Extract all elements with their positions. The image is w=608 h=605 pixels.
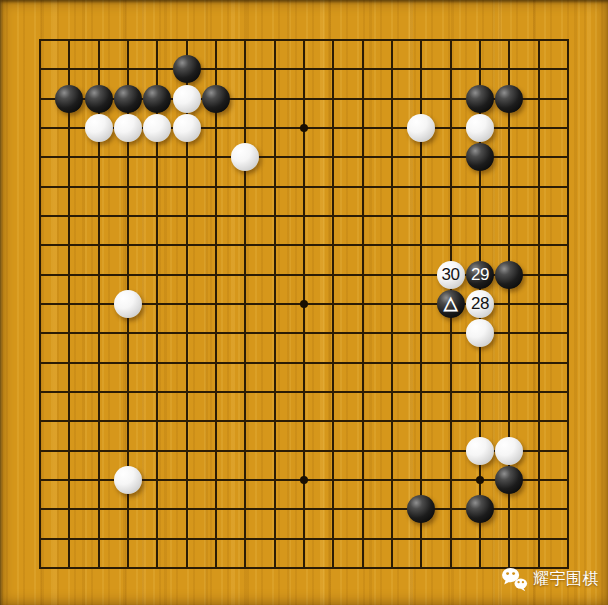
white-stone <box>143 114 171 142</box>
black-stone <box>143 85 171 113</box>
stones-layer: 3029△28 <box>25 25 582 582</box>
white-stone <box>407 114 435 142</box>
black-stone <box>466 143 494 171</box>
black-stone <box>495 261 523 289</box>
white-stone <box>231 143 259 171</box>
black-stone <box>495 466 523 494</box>
black-stone <box>55 85 83 113</box>
black-stone <box>466 495 494 523</box>
white-stone <box>114 466 142 494</box>
black-stone <box>85 85 113 113</box>
white-stone: 28 <box>466 290 494 318</box>
white-stone <box>466 114 494 142</box>
white-stone <box>466 437 494 465</box>
white-stone <box>173 85 201 113</box>
white-stone <box>466 319 494 347</box>
go-board[interactable]: 3029△28 <box>0 0 608 605</box>
white-stone <box>85 114 113 142</box>
black-stone <box>407 495 435 523</box>
black-stone <box>495 85 523 113</box>
black-stone <box>202 85 230 113</box>
brand-name: 耀宇围棋 <box>533 569 599 590</box>
go-diagram-screenshot: 3029△28 耀宇围棋 <box>0 0 608 605</box>
wechat-icon <box>501 567 528 592</box>
triangle-mark-icon: △ <box>444 294 458 312</box>
white-stone <box>114 114 142 142</box>
move-number-label: 29 <box>471 266 489 283</box>
move-number-label: 30 <box>442 266 460 283</box>
black-stone <box>173 55 201 83</box>
black-stone <box>466 85 494 113</box>
white-stone: 30 <box>437 261 465 289</box>
black-stone: △ <box>437 290 465 318</box>
move-number-label: 28 <box>471 295 489 312</box>
black-stone: 29 <box>466 261 494 289</box>
brand-watermark: 耀宇围棋 <box>501 565 599 593</box>
white-stone <box>114 290 142 318</box>
black-stone <box>114 85 142 113</box>
white-stone <box>495 437 523 465</box>
white-stone <box>173 114 201 142</box>
